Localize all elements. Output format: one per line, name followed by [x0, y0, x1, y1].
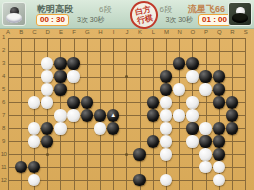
stone-black[interactable] — [28, 161, 41, 174]
stone-white[interactable] — [160, 174, 173, 187]
stone-white[interactable] — [213, 161, 226, 174]
column-label: R — [228, 29, 237, 36]
stone-white[interactable] — [67, 109, 80, 122]
row-label: 7 — [0, 112, 7, 119]
black-player-rank: 6段 — [99, 4, 111, 15]
stone-white[interactable] — [199, 161, 212, 174]
stone-white[interactable] — [186, 135, 199, 148]
stone-white[interactable] — [67, 70, 80, 83]
row-label: 4 — [0, 73, 7, 80]
stone-white[interactable] — [41, 70, 54, 83]
stone-black[interactable] — [133, 148, 146, 161]
grid-line — [8, 51, 247, 52]
stone-white[interactable] — [41, 83, 54, 96]
stone-black[interactable] — [199, 135, 212, 148]
grid-line — [8, 180, 247, 181]
stone-black[interactable] — [94, 109, 107, 122]
stone-white[interactable] — [199, 83, 212, 96]
player-info-bar: 乾明高段 6段 00 : 30 3次 30秒 白方 行棋 6段 流星飞66 3次… — [0, 0, 254, 29]
stone-black[interactable] — [67, 96, 80, 109]
stone-white[interactable] — [160, 96, 173, 109]
stone-black[interactable] — [54, 57, 67, 70]
stone-white[interactable] — [186, 96, 199, 109]
column-label: O — [188, 29, 197, 36]
column-label: F — [70, 29, 79, 36]
stone-black[interactable] — [226, 96, 239, 109]
stone-black[interactable] — [81, 96, 94, 109]
stone-black[interactable] — [160, 70, 173, 83]
column-label: P — [202, 29, 211, 36]
seal-line2: 行棋 — [136, 13, 154, 25]
stone-black[interactable] — [147, 135, 160, 148]
column-label: I — [109, 29, 118, 36]
row-label: 6 — [0, 99, 7, 106]
stone-black[interactable] — [15, 161, 28, 174]
column-label: K — [136, 29, 145, 36]
stone-black[interactable] — [81, 109, 94, 122]
stone-black[interactable] — [107, 122, 120, 135]
column-label: H — [96, 29, 105, 36]
stone-black[interactable] — [213, 148, 226, 161]
white-to-move-seal: 白方 行棋 — [127, 0, 160, 32]
column-label: E — [56, 29, 65, 36]
row-label: 12 — [0, 177, 7, 184]
stone-black[interactable] — [147, 96, 160, 109]
black-player-clock: 00 : 30 — [36, 14, 69, 26]
column-label: G — [83, 29, 92, 36]
stone-white[interactable] — [160, 122, 173, 135]
stone-black-last-move[interactable]: ▲ — [107, 109, 120, 122]
white-player-avatar[interactable] — [228, 2, 252, 26]
column-label: S — [241, 29, 250, 36]
stone-black[interactable] — [213, 122, 226, 135]
stone-black[interactable] — [41, 122, 54, 135]
stone-black[interactable] — [226, 109, 239, 122]
black-player-avatar[interactable] — [2, 2, 26, 26]
white-player-clock: 01 : 00 — [198, 14, 231, 26]
column-label: C — [30, 29, 39, 36]
stone-white[interactable] — [160, 109, 173, 122]
stone-black[interactable] — [186, 57, 199, 70]
stone-white[interactable] — [160, 148, 173, 161]
row-label: 8 — [0, 125, 7, 132]
stone-white[interactable] — [199, 148, 212, 161]
grid-line — [8, 38, 247, 39]
row-label: 2 — [0, 47, 7, 54]
stone-black[interactable] — [173, 57, 186, 70]
white-player-byoyomi: 3次 30秒 — [165, 15, 193, 25]
stone-white[interactable] — [28, 174, 41, 187]
stone-black[interactable] — [213, 135, 226, 148]
stone-black[interactable] — [213, 70, 226, 83]
stone-white[interactable] — [199, 122, 212, 135]
stone-black[interactable] — [199, 70, 212, 83]
stone-white[interactable] — [28, 96, 41, 109]
stone-black[interactable] — [226, 122, 239, 135]
grid-line — [8, 115, 247, 116]
stone-white[interactable] — [186, 109, 199, 122]
stone-black[interactable] — [186, 122, 199, 135]
row-label: 9 — [0, 138, 7, 145]
stone-white[interactable] — [41, 57, 54, 70]
column-label: L — [149, 29, 158, 36]
stone-black[interactable] — [213, 83, 226, 96]
column-label: D — [43, 29, 52, 36]
row-label: 10 — [0, 151, 7, 158]
column-label: N — [175, 29, 184, 36]
stone-white[interactable] — [213, 174, 226, 187]
stone-white[interactable] — [160, 135, 173, 148]
column-label: M — [162, 29, 171, 36]
stone-white[interactable] — [28, 122, 41, 135]
black-player-byoyomi: 3次 30秒 — [77, 15, 105, 25]
row-label: 1 — [0, 34, 7, 41]
stone-white[interactable] — [54, 122, 67, 135]
stone-black[interactable] — [133, 174, 146, 187]
star-point — [125, 153, 128, 156]
stone-white[interactable] — [28, 135, 41, 148]
stone-black[interactable] — [41, 135, 54, 148]
column-label: Q — [215, 29, 224, 36]
stone-white[interactable] — [173, 83, 186, 96]
row-label: 3 — [0, 60, 7, 67]
stone-white[interactable] — [41, 96, 54, 109]
row-label: 11 — [0, 164, 7, 171]
star-point — [125, 75, 128, 78]
white-player-rank: 6段 — [160, 4, 172, 15]
go-app-screen: 乾明高段 6段 00 : 30 3次 30秒 白方 行棋 6段 流星飞66 3次… — [0, 0, 254, 190]
go-board[interactable]: ABCDEFGHIJKLMNOPQRS123456789101112▲ — [0, 28, 254, 190]
last-move-triangle-icon: ▲ — [107, 109, 120, 122]
stone-white[interactable] — [94, 122, 107, 135]
stone-white[interactable] — [186, 70, 199, 83]
stone-black[interactable] — [54, 70, 67, 83]
stone-black[interactable] — [213, 96, 226, 109]
stone-white[interactable] — [173, 109, 186, 122]
row-label: 5 — [0, 86, 7, 93]
stone-black[interactable] — [54, 83, 67, 96]
column-label: B — [17, 29, 26, 36]
column-label: J — [122, 29, 131, 36]
stone-black[interactable] — [160, 83, 173, 96]
black-bowl-icon — [6, 13, 22, 23]
stone-white[interactable] — [54, 109, 67, 122]
white-bowl-icon — [232, 13, 248, 23]
stone-black[interactable] — [147, 109, 160, 122]
star-point — [46, 153, 49, 156]
stone-black[interactable] — [67, 57, 80, 70]
